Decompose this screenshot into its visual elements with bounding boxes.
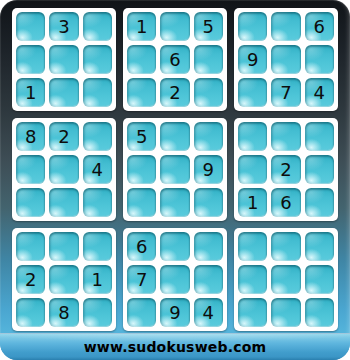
cell-r8c8[interactable]: [271, 265, 300, 294]
cell-r2c1[interactable]: [16, 45, 45, 74]
box-3-3: [234, 228, 338, 331]
cell-r1c9: 6: [305, 12, 334, 41]
cell-r3c7[interactable]: [238, 78, 267, 107]
cell-r7c4: 6: [127, 232, 156, 261]
cell-r7c3[interactable]: [83, 232, 112, 261]
site-url-text: www.sudokusweb.com: [84, 339, 267, 355]
cell-r1c5[interactable]: [160, 12, 189, 41]
cell-r9c7[interactable]: [238, 298, 267, 327]
cell-r9c3[interactable]: [83, 298, 112, 327]
box-2-2: 59: [123, 118, 227, 221]
cell-r8c1: 2: [16, 265, 45, 294]
cell-r2c5: 6: [160, 45, 189, 74]
cell-r6c5[interactable]: [160, 188, 189, 217]
cell-r8c3: 1: [83, 265, 112, 294]
cell-r1c4: 1: [127, 12, 156, 41]
cell-r7c9[interactable]: [305, 232, 334, 261]
cell-r7c6[interactable]: [194, 232, 223, 261]
cell-r3c5: 2: [160, 78, 189, 107]
box-2-3: 216: [234, 118, 338, 221]
cell-r9c9[interactable]: [305, 298, 334, 327]
cell-r7c7[interactable]: [238, 232, 267, 261]
cell-r9c1[interactable]: [16, 298, 45, 327]
cell-r4c5[interactable]: [160, 122, 189, 151]
cell-r9c8[interactable]: [271, 298, 300, 327]
cell-r3c2[interactable]: [49, 78, 78, 107]
cell-r2c8[interactable]: [271, 45, 300, 74]
cell-r3c6[interactable]: [194, 78, 223, 107]
cell-r9c6: 4: [194, 298, 223, 327]
cell-r8c7[interactable]: [238, 265, 267, 294]
cell-r9c5: 9: [160, 298, 189, 327]
cell-r2c2[interactable]: [49, 45, 78, 74]
cell-r2c6[interactable]: [194, 45, 223, 74]
cell-r6c7: 1: [238, 188, 267, 217]
sudoku-board-frame: 3115626974824592162186794 www.sudokusweb…: [0, 0, 350, 360]
cell-r7c8[interactable]: [271, 232, 300, 261]
box-1-1: 31: [12, 8, 116, 111]
cell-r4c2: 2: [49, 122, 78, 151]
cell-r1c7[interactable]: [238, 12, 267, 41]
cell-r4c3[interactable]: [83, 122, 112, 151]
cell-r3c8: 7: [271, 78, 300, 107]
cell-r1c1[interactable]: [16, 12, 45, 41]
cell-r5c2[interactable]: [49, 155, 78, 184]
cell-r8c6[interactable]: [194, 265, 223, 294]
cell-r4c1: 8: [16, 122, 45, 151]
cell-r6c4[interactable]: [127, 188, 156, 217]
cell-r7c2[interactable]: [49, 232, 78, 261]
cell-r8c4: 7: [127, 265, 156, 294]
cell-r5c7[interactable]: [238, 155, 267, 184]
cell-r2c7: 9: [238, 45, 267, 74]
cell-r3c3[interactable]: [83, 78, 112, 107]
cell-r5c5[interactable]: [160, 155, 189, 184]
cell-r2c9[interactable]: [305, 45, 334, 74]
cell-r4c6[interactable]: [194, 122, 223, 151]
footer-banner: www.sudokusweb.com: [0, 333, 350, 360]
box-3-1: 218: [12, 228, 116, 331]
box-1-3: 6974: [234, 8, 338, 111]
cell-r5c3: 4: [83, 155, 112, 184]
cell-r3c1: 1: [16, 78, 45, 107]
cell-r6c1[interactable]: [16, 188, 45, 217]
cell-r8c9[interactable]: [305, 265, 334, 294]
cell-r9c4[interactable]: [127, 298, 156, 327]
cell-r5c6: 9: [194, 155, 223, 184]
cell-r7c1[interactable]: [16, 232, 45, 261]
cell-r3c4[interactable]: [127, 78, 156, 107]
sudoku-grid: 3115626974824592162186794: [12, 8, 338, 331]
cell-r2c4[interactable]: [127, 45, 156, 74]
cell-r4c9[interactable]: [305, 122, 334, 151]
cell-r1c3[interactable]: [83, 12, 112, 41]
cell-r7c5[interactable]: [160, 232, 189, 261]
box-3-2: 6794: [123, 228, 227, 331]
cell-r5c9[interactable]: [305, 155, 334, 184]
box-1-2: 1562: [123, 8, 227, 111]
cell-r6c9[interactable]: [305, 188, 334, 217]
cell-r5c4[interactable]: [127, 155, 156, 184]
cell-r4c7[interactable]: [238, 122, 267, 151]
cell-r8c5[interactable]: [160, 265, 189, 294]
cell-r8c2[interactable]: [49, 265, 78, 294]
cell-r1c2: 3: [49, 12, 78, 41]
cell-r4c4: 5: [127, 122, 156, 151]
cell-r9c2: 8: [49, 298, 78, 327]
cell-r1c6: 5: [194, 12, 223, 41]
cell-r6c2[interactable]: [49, 188, 78, 217]
cell-r6c6[interactable]: [194, 188, 223, 217]
cell-r5c1[interactable]: [16, 155, 45, 184]
box-2-1: 824: [12, 118, 116, 221]
cell-r3c9: 4: [305, 78, 334, 107]
cell-r4c8[interactable]: [271, 122, 300, 151]
cell-r6c8: 6: [271, 188, 300, 217]
cell-r6c3[interactable]: [83, 188, 112, 217]
cell-r2c3[interactable]: [83, 45, 112, 74]
cell-r1c8[interactable]: [271, 12, 300, 41]
cell-r5c8: 2: [271, 155, 300, 184]
